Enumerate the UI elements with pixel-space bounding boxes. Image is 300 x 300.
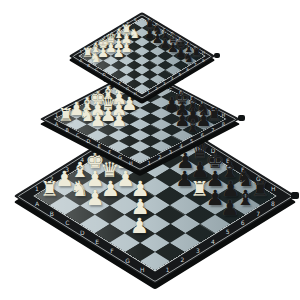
black-knight: ♞ [183, 52, 194, 63]
square-h6: ♝ [182, 125, 203, 136]
black-bishop: ♝ [186, 118, 201, 133]
square-a1: ♜ [55, 113, 76, 124]
white-rook: ♜ [39, 179, 60, 200]
clasp-large [291, 192, 299, 199]
white-pawn: ♟ [129, 216, 150, 237]
white-knight: ♞ [90, 52, 101, 63]
white-pawn: ♟ [90, 112, 105, 127]
square-h7: ♞ [181, 56, 197, 65]
chessboard-small: ♜♞♝♛♚♝♜♟♟♟♟♟♞♜♞♝♟♛♟♟♚♟♟♝♟♜♞ ABCDEFGH ABC… [90, 4, 194, 108]
product-photo-scene: Product photo of three folding magnetic … [0, 0, 300, 300]
square-d3: ♟ [108, 119, 129, 130]
square-b1: ♞ [88, 56, 104, 65]
board-frame-small: ♜♞♝♛♚♝♜♟♟♟♟♟♞♜♞♝♟♛♟♟♚♟♟♝♟♜♞ ABCDEFGH ABC… [68, 12, 215, 100]
square-c2: ♟ [87, 119, 108, 130]
white-pawn: ♟ [113, 47, 124, 58]
clasp-medium [238, 115, 245, 121]
white-pawn: ♟ [84, 188, 105, 209]
clasp-small [214, 53, 220, 58]
black-pawn: ♟ [220, 197, 241, 218]
white-rook: ♜ [58, 107, 73, 122]
square-c3: ♟ [111, 51, 127, 60]
playing-field-small: ♜♞♝♛♚♝♜♟♟♟♟♟♞♜♞♝♟♛♟♟♚♟♟♝♟♜♞ [80, 19, 204, 94]
photo-description: Product photo of three folding magnetic … [0, 0, 1, 1]
white-pawn: ♟ [111, 112, 126, 127]
